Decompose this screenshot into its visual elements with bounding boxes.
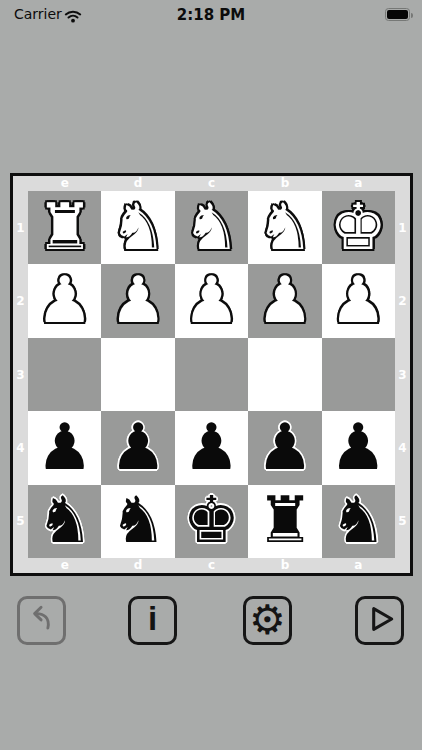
square-e1[interactable]: ♜	[28, 191, 101, 264]
piece-bN: ♞	[330, 488, 387, 552]
square-b4[interactable]: ♟	[248, 411, 321, 484]
bottom-toolbar: i ⚙	[0, 596, 422, 646]
square-c4[interactable]: ♟	[175, 411, 248, 484]
board-grid: ♜♞♞♞♚♟♟♟♟♟♟♟♟♟♟♞♞♚♜♞	[28, 191, 395, 558]
file-label-b: b	[248, 558, 321, 573]
file-label-d: d	[101, 176, 174, 191]
file-label-a: a	[322, 176, 395, 191]
file-label-a: a	[322, 558, 395, 573]
piece-bP: ♟	[183, 415, 240, 479]
square-a4[interactable]: ♟	[322, 411, 395, 484]
file-label-b: b	[248, 176, 321, 191]
square-c5[interactable]: ♚	[175, 485, 248, 558]
piece-wP: ♟	[109, 268, 166, 332]
rank-label-1: 1	[13, 191, 28, 264]
piece-wR: ♜	[36, 195, 93, 259]
play-icon	[362, 601, 398, 640]
rank-label-4: 4	[395, 411, 410, 484]
square-d1[interactable]: ♞	[101, 191, 174, 264]
undo-arrow-icon	[24, 601, 60, 640]
file-label-e: e	[28, 176, 101, 191]
square-e4[interactable]: ♟	[28, 411, 101, 484]
piece-wP: ♟	[36, 268, 93, 332]
file-label-c: c	[175, 176, 248, 191]
clock-time: 2:18 PM	[0, 6, 422, 24]
rank-label-3: 3	[13, 338, 28, 411]
square-a2[interactable]: ♟	[322, 264, 395, 337]
square-d3[interactable]	[101, 338, 174, 411]
square-e2[interactable]: ♟	[28, 264, 101, 337]
piece-wP: ♟	[330, 268, 387, 332]
square-b3[interactable]	[248, 338, 321, 411]
status-bar: Carrier 2:18 PM	[0, 0, 422, 30]
file-label-d: d	[101, 558, 174, 573]
piece-bP: ♟	[36, 415, 93, 479]
settings-button[interactable]: ⚙	[243, 596, 292, 645]
piece-bP: ♟	[109, 415, 166, 479]
rank-label-5: 5	[13, 485, 28, 558]
rank-label-4: 4	[13, 411, 28, 484]
rank-label-3: 3	[395, 338, 410, 411]
piece-bN: ♞	[109, 488, 166, 552]
piece-wP: ♟	[256, 268, 313, 332]
play-button[interactable]	[355, 596, 404, 645]
chess-board: edcba edcba 12345 12345 ♜♞♞♞♚♟♟♟♟♟♟♟♟♟♟♞…	[10, 173, 413, 576]
square-a1[interactable]: ♚	[322, 191, 395, 264]
info-icon: i	[148, 602, 157, 635]
rank-label-2: 2	[395, 264, 410, 337]
battery-full-icon	[385, 8, 410, 21]
square-d5[interactable]: ♞	[101, 485, 174, 558]
square-b1[interactable]: ♞	[248, 191, 321, 264]
file-label-e: e	[28, 558, 101, 573]
rank-labels-left: 12345	[13, 191, 28, 558]
piece-wN: ♞	[183, 195, 240, 259]
rank-label-1: 1	[395, 191, 410, 264]
piece-wK: ♚	[330, 195, 387, 259]
square-a3[interactable]	[322, 338, 395, 411]
square-a5[interactable]: ♞	[322, 485, 395, 558]
piece-bN: ♞	[36, 488, 93, 552]
file-label-c: c	[175, 558, 248, 573]
square-c1[interactable]: ♞	[175, 191, 248, 264]
file-labels-bottom: edcba	[28, 558, 395, 573]
rank-labels-right: 12345	[395, 191, 410, 558]
app-screen: Carrier 2:18 PM edcba edcba 12345 12345 …	[0, 0, 422, 750]
file-labels-top: edcba	[28, 176, 395, 191]
square-c3[interactable]	[175, 338, 248, 411]
square-e3[interactable]	[28, 338, 101, 411]
piece-bP: ♟	[330, 415, 387, 479]
square-e5[interactable]: ♞	[28, 485, 101, 558]
piece-bP: ♟	[256, 415, 313, 479]
rank-label-2: 2	[13, 264, 28, 337]
square-b2[interactable]: ♟	[248, 264, 321, 337]
square-c2[interactable]: ♟	[175, 264, 248, 337]
piece-wN: ♞	[109, 195, 166, 259]
rank-label-5: 5	[395, 485, 410, 558]
piece-bR: ♜	[256, 488, 313, 552]
piece-wP: ♟	[183, 268, 240, 332]
piece-wN: ♞	[256, 195, 313, 259]
info-button[interactable]: i	[128, 596, 177, 645]
gear-icon: ⚙	[249, 600, 286, 641]
square-d4[interactable]: ♟	[101, 411, 174, 484]
square-b5[interactable]: ♜	[248, 485, 321, 558]
piece-bK: ♚	[183, 488, 240, 552]
square-d2[interactable]: ♟	[101, 264, 174, 337]
undo-button[interactable]	[17, 596, 66, 645]
